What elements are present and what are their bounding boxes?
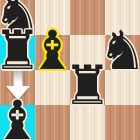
chess-board: ♞ ♜ ♝ ♞ ♜ ♝ xyxy=(0,0,140,140)
black-rook[interactable]: ♜ xyxy=(63,68,111,104)
black-bishop[interactable]: ♝ xyxy=(0,103,42,139)
square-r2c2[interactable]: ♜ xyxy=(70,70,105,105)
square-r3c0-highlighted[interactable]: ♝ xyxy=(0,105,35,140)
